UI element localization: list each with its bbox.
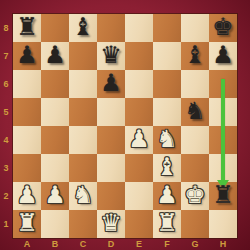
square-a6[interactable] [13,70,41,98]
piece-black-queen-d7[interactable]: ♛ [97,42,125,70]
square-d7[interactable]: ♛ [97,42,125,70]
square-h1[interactable] [209,210,237,238]
rank-label-4: 4 [0,126,12,154]
square-b3[interactable] [41,154,69,182]
square-b5[interactable] [41,98,69,126]
square-d5[interactable] [97,98,125,126]
square-a2[interactable]: ♟ [13,182,41,210]
piece-black-pawn-h7[interactable]: ♟ [209,42,237,70]
square-f7[interactable] [153,42,181,70]
piece-white-rook-f1[interactable]: ♜ [153,210,181,238]
square-b1[interactable] [41,210,69,238]
square-c4[interactable] [69,126,97,154]
square-c7[interactable] [69,42,97,70]
piece-black-bishop-c8[interactable]: ♝ [69,14,97,42]
rank-label-6: 6 [0,70,12,98]
square-e2[interactable] [125,182,153,210]
piece-black-bishop-g7[interactable]: ♝ [181,42,209,70]
square-a4[interactable] [13,126,41,154]
piece-black-king-h8[interactable]: ♚ [209,14,237,42]
file-label-c: C [69,238,97,250]
square-c8[interactable]: ♝ [69,14,97,42]
square-a7[interactable]: ♟ [13,42,41,70]
piece-white-knight-c2[interactable]: ♞ [69,182,97,210]
piece-white-knight-f4[interactable]: ♞ [153,126,181,154]
square-f4[interactable]: ♞ [153,126,181,154]
file-label-h: H [209,238,237,250]
piece-white-pawn-e4[interactable]: ♟ [125,126,153,154]
square-e1[interactable] [125,210,153,238]
square-c5[interactable] [69,98,97,126]
piece-black-rook-a8[interactable]: ♜ [13,14,41,42]
piece-white-rook-a1[interactable]: ♜ [13,210,41,238]
square-c1[interactable] [69,210,97,238]
square-a3[interactable] [13,154,41,182]
file-label-b: B [41,238,69,250]
piece-white-bishop-f3[interactable]: ♝ [153,154,181,182]
square-g4[interactable] [181,126,209,154]
board-frame: ♜♝♚♟♟♛♝♟♟♞♟♞♝♟♟♞♟♚♜♜♛♜ 87654321ABCDEFGH [0,0,250,250]
square-e7[interactable] [125,42,153,70]
piece-white-queen-d1[interactable]: ♛ [97,210,125,238]
rank-label-5: 5 [0,98,12,126]
square-f6[interactable] [153,70,181,98]
square-d8[interactable] [97,14,125,42]
piece-black-knight-g5[interactable]: ♞ [181,98,209,126]
file-label-d: D [97,238,125,250]
file-label-a: A [13,238,41,250]
square-d1[interactable]: ♛ [97,210,125,238]
square-d2[interactable] [97,182,125,210]
file-label-g: G [181,238,209,250]
square-e8[interactable] [125,14,153,42]
square-c2[interactable]: ♞ [69,182,97,210]
square-g5[interactable]: ♞ [181,98,209,126]
square-f8[interactable] [153,14,181,42]
square-h7[interactable]: ♟ [209,42,237,70]
piece-black-pawn-b7[interactable]: ♟ [41,42,69,70]
square-d4[interactable] [97,126,125,154]
square-b7[interactable]: ♟ [41,42,69,70]
piece-black-pawn-a7[interactable]: ♟ [13,42,41,70]
square-c6[interactable] [69,70,97,98]
square-h8[interactable]: ♚ [209,14,237,42]
square-f5[interactable] [153,98,181,126]
file-label-e: E [125,238,153,250]
square-g7[interactable]: ♝ [181,42,209,70]
square-g2[interactable]: ♚ [181,182,209,210]
square-f1[interactable]: ♜ [153,210,181,238]
square-g1[interactable] [181,210,209,238]
square-h2[interactable]: ♜ [209,182,237,210]
piece-black-rook-h2[interactable]: ♜ [209,182,237,210]
piece-white-pawn-a2[interactable]: ♟ [13,182,41,210]
piece-white-pawn-b2[interactable]: ♟ [41,182,69,210]
square-b8[interactable] [41,14,69,42]
square-a8[interactable]: ♜ [13,14,41,42]
rank-label-3: 3 [0,154,12,182]
square-b6[interactable] [41,70,69,98]
piece-black-pawn-d6[interactable]: ♟ [97,70,125,98]
square-b4[interactable] [41,126,69,154]
square-b2[interactable]: ♟ [41,182,69,210]
piece-white-pawn-f2[interactable]: ♟ [153,182,181,210]
rank-label-8: 8 [0,14,12,42]
square-e4[interactable]: ♟ [125,126,153,154]
piece-white-king-g2[interactable]: ♚ [181,182,209,210]
square-f3[interactable]: ♝ [153,154,181,182]
chess-board: ♜♝♚♟♟♛♝♟♟♞♟♞♝♟♟♞♟♚♜♜♛♜ [13,14,237,238]
square-a5[interactable] [13,98,41,126]
file-label-f: F [153,238,181,250]
square-d6[interactable]: ♟ [97,70,125,98]
rank-label-2: 2 [0,182,12,210]
square-d3[interactable] [97,154,125,182]
square-e5[interactable] [125,98,153,126]
square-g3[interactable] [181,154,209,182]
square-a1[interactable]: ♜ [13,210,41,238]
square-g6[interactable] [181,70,209,98]
square-g8[interactable] [181,14,209,42]
rank-label-7: 7 [0,42,12,70]
square-f2[interactable]: ♟ [153,182,181,210]
move-arrow-line [221,79,225,181]
rank-label-1: 1 [0,210,12,238]
square-c3[interactable] [69,154,97,182]
square-e3[interactable] [125,154,153,182]
square-e6[interactable] [125,70,153,98]
